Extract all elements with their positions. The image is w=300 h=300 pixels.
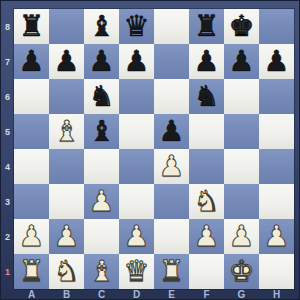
piece-white-pawn[interactable]: ♟ <box>194 219 220 254</box>
piece-black-knight[interactable]: ♞ <box>89 79 115 114</box>
square-g5[interactable] <box>224 114 259 149</box>
square-b8[interactable] <box>49 9 84 44</box>
piece-black-pawn[interactable]: ♟ <box>89 44 115 79</box>
file-label-g: G <box>224 288 259 300</box>
square-b4[interactable] <box>49 149 84 184</box>
square-h4[interactable] <box>259 149 294 184</box>
square-g1[interactable]: ♚ <box>224 254 259 289</box>
square-h5[interactable] <box>259 114 294 149</box>
piece-black-king[interactable]: ♚ <box>229 9 255 44</box>
square-a1[interactable]: ♜ <box>14 254 49 289</box>
square-a7[interactable]: ♟ <box>14 44 49 79</box>
square-g8[interactable]: ♚ <box>224 9 259 44</box>
square-a2[interactable]: ♟ <box>14 219 49 254</box>
file-label-b: B <box>49 288 84 300</box>
rank-label-7: 7 <box>1 44 14 79</box>
square-e5[interactable]: ♟ <box>154 114 189 149</box>
file-label-a: A <box>14 288 49 300</box>
square-a5[interactable] <box>14 114 49 149</box>
rank-label-8: 8 <box>1 9 14 44</box>
file-label-e: E <box>154 288 189 300</box>
square-f5[interactable] <box>189 114 224 149</box>
file-labels: ABCDEFGH <box>14 288 294 300</box>
square-c5[interactable]: ♝ <box>84 114 119 149</box>
piece-black-pawn[interactable]: ♟ <box>124 44 150 79</box>
piece-white-knight[interactable]: ♞ <box>54 254 80 289</box>
chess-board: ♜♝♛♜♚♟♟♟♟♟♟♟♞♞♝♝♟♟♟♞♟♟♟♟♟♟♜♞♝♛♜♚ <box>14 9 294 289</box>
square-e8[interactable] <box>154 9 189 44</box>
square-a8[interactable]: ♜ <box>14 9 49 44</box>
piece-white-pawn[interactable]: ♟ <box>54 219 80 254</box>
piece-black-pawn[interactable]: ♟ <box>229 44 255 79</box>
square-h7[interactable]: ♟ <box>259 44 294 79</box>
piece-black-pawn[interactable]: ♟ <box>264 44 290 79</box>
piece-white-pawn[interactable]: ♟ <box>264 219 290 254</box>
rank-label-1: 1 <box>1 254 14 289</box>
square-f6[interactable]: ♞ <box>189 79 224 114</box>
piece-black-pawn[interactable]: ♟ <box>19 44 45 79</box>
square-a4[interactable] <box>14 149 49 184</box>
square-g4[interactable] <box>224 149 259 184</box>
rank-label-4: 4 <box>1 149 14 184</box>
square-d6[interactable] <box>119 79 154 114</box>
piece-black-bishop[interactable]: ♝ <box>89 9 115 44</box>
piece-black-rook[interactable]: ♜ <box>194 9 220 44</box>
piece-white-pawn[interactable]: ♟ <box>19 219 45 254</box>
square-f3[interactable]: ♞ <box>189 184 224 219</box>
square-g2[interactable]: ♟ <box>224 219 259 254</box>
square-c6[interactable]: ♞ <box>84 79 119 114</box>
square-d1[interactable]: ♛ <box>119 254 154 289</box>
square-d7[interactable]: ♟ <box>119 44 154 79</box>
square-b5[interactable]: ♝ <box>49 114 84 149</box>
square-f1[interactable] <box>189 254 224 289</box>
square-a3[interactable] <box>14 184 49 219</box>
square-d8[interactable]: ♛ <box>119 9 154 44</box>
piece-white-queen[interactable]: ♛ <box>124 254 150 289</box>
square-h2[interactable]: ♟ <box>259 219 294 254</box>
square-e3[interactable] <box>154 184 189 219</box>
piece-black-rook[interactable]: ♜ <box>19 9 45 44</box>
piece-black-bishop[interactable]: ♝ <box>89 114 115 149</box>
square-e4[interactable]: ♟ <box>154 149 189 184</box>
square-b1[interactable]: ♞ <box>49 254 84 289</box>
piece-black-pawn[interactable]: ♟ <box>54 44 80 79</box>
piece-white-pawn[interactable]: ♟ <box>229 219 255 254</box>
rank-label-2: 2 <box>1 219 14 254</box>
rank-label-3: 3 <box>1 184 14 219</box>
chess-board-frame: 87654321 ♜♝♛♜♚♟♟♟♟♟♟♟♞♞♝♝♟♟♟♞♟♟♟♟♟♟♜♞♝♛♜… <box>0 0 300 300</box>
piece-white-pawn[interactable]: ♟ <box>89 184 115 219</box>
rank-label-5: 5 <box>1 114 14 149</box>
piece-white-pawn[interactable]: ♟ <box>124 219 150 254</box>
square-e1[interactable]: ♜ <box>154 254 189 289</box>
square-c1[interactable]: ♝ <box>84 254 119 289</box>
piece-white-rook[interactable]: ♜ <box>159 254 185 289</box>
piece-white-king[interactable]: ♚ <box>229 254 255 289</box>
square-h6[interactable] <box>259 79 294 114</box>
file-label-c: C <box>84 288 119 300</box>
square-h3[interactable] <box>259 184 294 219</box>
square-b3[interactable] <box>49 184 84 219</box>
rank-label-6: 6 <box>1 79 14 114</box>
square-d2[interactable]: ♟ <box>119 219 154 254</box>
file-label-d: D <box>119 288 154 300</box>
square-h1[interactable] <box>259 254 294 289</box>
piece-white-bishop[interactable]: ♝ <box>54 114 80 149</box>
piece-black-queen[interactable]: ♛ <box>124 9 150 44</box>
piece-white-rook[interactable]: ♜ <box>19 254 45 289</box>
square-c7[interactable]: ♟ <box>84 44 119 79</box>
square-g3[interactable] <box>224 184 259 219</box>
square-b2[interactable]: ♟ <box>49 219 84 254</box>
square-f2[interactable]: ♟ <box>189 219 224 254</box>
square-f8[interactable]: ♜ <box>189 9 224 44</box>
piece-white-pawn[interactable]: ♟ <box>159 149 185 184</box>
square-g7[interactable]: ♟ <box>224 44 259 79</box>
square-c8[interactable]: ♝ <box>84 9 119 44</box>
file-label-f: F <box>189 288 224 300</box>
square-e6[interactable] <box>154 79 189 114</box>
square-f4[interactable] <box>189 149 224 184</box>
piece-white-knight[interactable]: ♞ <box>194 184 220 219</box>
file-label-h: H <box>259 288 294 300</box>
square-b7[interactable]: ♟ <box>49 44 84 79</box>
rank-labels: 87654321 <box>1 9 14 289</box>
square-c3[interactable]: ♟ <box>84 184 119 219</box>
square-c2[interactable] <box>84 219 119 254</box>
piece-white-bishop[interactable]: ♝ <box>89 254 115 289</box>
piece-black-knight[interactable]: ♞ <box>194 79 220 114</box>
square-c4[interactable] <box>84 149 119 184</box>
square-b6[interactable] <box>49 79 84 114</box>
square-e7[interactable] <box>154 44 189 79</box>
square-h8[interactable] <box>259 9 294 44</box>
piece-black-pawn[interactable]: ♟ <box>159 114 185 149</box>
square-f7[interactable]: ♟ <box>189 44 224 79</box>
square-g6[interactable] <box>224 79 259 114</box>
square-d3[interactable] <box>119 184 154 219</box>
square-d5[interactable] <box>119 114 154 149</box>
piece-black-pawn[interactable]: ♟ <box>194 44 220 79</box>
square-d4[interactable] <box>119 149 154 184</box>
square-e2[interactable] <box>154 219 189 254</box>
square-a6[interactable] <box>14 79 49 114</box>
